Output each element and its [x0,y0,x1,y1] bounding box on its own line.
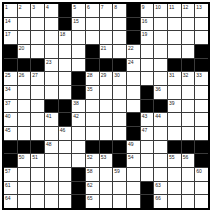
black-cell [127,127,140,140]
grid-cell[interactable] [45,31,58,44]
black-cell [141,100,154,113]
grid-cell[interactable]: 24 [127,59,140,72]
clue-number: 16 [142,18,148,24]
black-cell [100,141,113,154]
grid-cell[interactable]: 5 [72,4,85,17]
crossword-page: 1234567891011121314151617181920212223242… [0,0,212,212]
grid-cell[interactable] [113,18,126,31]
grid-cell[interactable] [154,141,167,154]
clue-number: 63 [155,182,161,188]
grid-cell[interactable] [100,86,113,99]
black-cell [195,141,208,154]
clue-number: 37 [5,100,11,106]
grid-cell[interactable] [72,45,85,58]
clue-number: 66 [155,195,161,201]
clue-number: 50 [19,154,25,160]
grid-cell[interactable] [127,72,140,85]
clue-number: 54 [128,154,134,160]
grid-cell[interactable]: 31 [168,72,181,85]
clue-number: 52 [87,154,93,160]
grid-cell[interactable]: 16 [141,18,154,31]
grid-cell[interactable] [31,86,44,99]
grid-cell[interactable] [127,86,140,99]
grid-cell[interactable]: 1 [4,4,17,17]
grid-cell[interactable] [113,31,126,44]
grid-cell[interactable]: 12 [182,4,195,17]
grid-cell[interactable] [18,195,31,208]
clue-number: 35 [87,86,93,92]
grid-cell[interactable]: 8 [113,4,126,17]
grid-cell[interactable]: 4 [45,4,58,17]
clue-number: 39 [169,100,175,106]
grid-cell[interactable]: 26 [18,72,31,85]
grid-cell[interactable] [86,100,99,113]
black-cell [59,100,72,113]
grid-cell[interactable] [113,86,126,99]
grid-cell[interactable] [31,127,44,140]
grid-cell[interactable] [100,100,113,113]
grid-cell[interactable] [31,113,44,126]
clue-number: 36 [155,86,161,92]
grid-cell[interactable] [59,141,72,154]
grid-cell[interactable] [100,182,113,195]
grid-cell[interactable] [195,113,208,126]
grid-cell[interactable] [100,195,113,208]
grid-cell[interactable] [182,127,195,140]
grid-cell[interactable]: 33 [195,72,208,85]
black-cell [4,141,17,154]
grid-cell[interactable] [59,45,72,58]
black-cell [86,45,99,58]
grid-cell[interactable] [86,31,99,44]
clue-number: 17 [5,31,11,37]
grid-cell[interactable] [18,182,31,195]
grid-cell[interactable] [168,127,181,140]
black-cell [195,59,208,72]
grid-cell[interactable] [168,18,181,31]
clue-number: 29 [101,72,107,78]
grid-cell[interactable]: 18 [59,31,72,44]
black-cell [72,168,85,181]
black-cell [86,59,99,72]
clue-number: 25 [5,72,11,78]
grid-cell[interactable] [45,168,58,181]
grid-cell[interactable] [59,86,72,99]
clue-number: 51 [32,154,38,160]
grid-cell[interactable]: 27 [31,72,44,85]
grid-cell[interactable] [72,31,85,44]
clue-number: 22 [128,45,134,51]
grid-cell[interactable] [59,72,72,85]
clue-number: 21 [101,45,107,51]
grid-cell[interactable] [195,182,208,195]
clue-number: 13 [196,4,202,10]
grid-cell[interactable] [18,31,31,44]
crossword-grid: 1234567891011121314151617181920212223242… [2,2,210,210]
grid-cell[interactable]: 6 [86,4,99,17]
black-cell [72,195,85,208]
black-cell [18,141,31,154]
grid-cell[interactable]: 32 [182,72,195,85]
clue-number: 42 [73,113,79,119]
black-cell [141,86,154,99]
black-cell [100,59,113,72]
black-cell [127,4,140,17]
grid-cell[interactable] [18,86,31,99]
clue-number: 12 [183,4,189,10]
grid-cell[interactable] [182,182,195,195]
grid-cell[interactable] [154,18,167,31]
grid-cell[interactable]: 63 [154,182,167,195]
clue-number: 45 [5,127,11,133]
grid-cell[interactable] [45,18,58,31]
grid-cell[interactable]: 35 [86,86,99,99]
grid-cell[interactable] [45,182,58,195]
clue-number: 60 [196,168,202,174]
grid-cell[interactable]: 3 [31,4,44,17]
grid-cell[interactable] [86,113,99,126]
grid-cell[interactable]: 22 [127,45,140,58]
grid-cell[interactable] [18,100,31,113]
clue-number: 23 [46,59,52,65]
grid-cell[interactable] [72,141,85,154]
clue-number: 26 [19,72,25,78]
grid-cell[interactable]: 29 [100,72,113,85]
grid-cell[interactable] [141,168,154,181]
black-cell [168,141,181,154]
grid-cell[interactable] [141,72,154,85]
grid-cell[interactable] [59,59,72,72]
grid-cell[interactable] [86,127,99,140]
grid-cell[interactable]: 21 [100,45,113,58]
grid-cell[interactable] [72,59,85,72]
grid-cell[interactable] [31,31,44,44]
clue-number: 62 [87,182,93,188]
clue-number: 38 [73,100,79,106]
grid-cell[interactable]: 45 [4,127,17,140]
clue-number: 64 [5,195,11,201]
grid-cell[interactable] [59,182,72,195]
grid-cell[interactable]: 34 [4,86,17,99]
grid-cell[interactable] [195,31,208,44]
grid-cell[interactable]: 19 [141,31,154,44]
grid-cell[interactable]: 36 [154,86,167,99]
black-cell [31,59,44,72]
clue-number: 7 [101,4,104,10]
grid-cell[interactable] [168,86,181,99]
grid-cell[interactable] [127,182,140,195]
clue-number: 3 [32,4,35,10]
grid-cell[interactable]: 48 [45,141,58,154]
grid-cell[interactable]: 46 [59,127,72,140]
clue-number: 24 [128,59,134,65]
clue-number: 43 [142,113,148,119]
grid-cell[interactable]: 54 [127,154,140,167]
grid-cell[interactable] [113,100,126,113]
grid-cell[interactable] [100,113,113,126]
clue-number: 44 [155,113,161,119]
grid-cell[interactable] [168,182,181,195]
grid-cell[interactable] [31,195,44,208]
grid-cell[interactable] [59,154,72,167]
grid-cell[interactable] [45,45,58,58]
grid-cell[interactable] [195,86,208,99]
clue-number: 30 [114,72,120,78]
clue-number: 2 [19,4,22,10]
grid-cell[interactable] [195,127,208,140]
grid-cell[interactable] [168,168,181,181]
grid-cell[interactable]: 17 [4,31,17,44]
grid-cell[interactable] [31,168,44,181]
clue-number: 58 [87,168,93,174]
grid-cell[interactable]: 43 [141,113,154,126]
clue-number: 57 [5,168,11,174]
black-cell [141,182,154,195]
grid-cell[interactable]: 13 [195,4,208,17]
clue-number: 61 [5,182,11,188]
black-cell [59,4,72,17]
grid-cell[interactable]: 15 [72,18,85,31]
black-cell [195,45,208,58]
clue-number: 18 [60,31,66,37]
clue-number: 34 [5,86,11,92]
grid-cell[interactable] [154,72,167,85]
grid-cell[interactable]: 23 [45,59,58,72]
clue-number: 5 [73,4,76,10]
grid-cell[interactable]: 38 [72,100,85,113]
grid-cell[interactable]: 55 [168,154,181,167]
grid-cell[interactable] [141,154,154,167]
grid-cell[interactable]: 60 [195,168,208,181]
black-cell [86,141,99,154]
clue-number: 4 [46,4,49,10]
grid-cell[interactable]: 66 [154,195,167,208]
clue-number: 6 [87,4,90,10]
grid-cell[interactable] [100,127,113,140]
black-cell [141,195,154,208]
grid-cell[interactable] [72,127,85,140]
black-cell [182,141,195,154]
black-cell [127,113,140,126]
grid-cell[interactable] [18,168,31,181]
grid-cell[interactable] [154,168,167,181]
grid-cell[interactable] [182,31,195,44]
black-cell [154,100,167,113]
grid-cell[interactable] [31,182,44,195]
black-cell [127,18,140,31]
black-cell [195,154,208,167]
grid-cell[interactable] [100,31,113,44]
clue-number: 27 [32,72,38,78]
grid-cell[interactable] [113,45,126,58]
clue-number: 47 [142,127,148,133]
grid-cell[interactable] [18,127,31,140]
clue-number: 33 [196,72,202,78]
grid-cell[interactable] [59,195,72,208]
grid-cell[interactable]: 65 [86,195,99,208]
black-cell [72,72,85,85]
grid-cell[interactable] [141,141,154,154]
clue-number: 32 [183,72,189,78]
black-cell [113,154,126,167]
grid-cell[interactable] [154,59,167,72]
grid-cell[interactable] [127,100,140,113]
grid-cell[interactable]: 14 [4,18,17,31]
clue-number: 53 [101,154,107,160]
grid-cell[interactable] [182,100,195,113]
black-cell [45,100,58,113]
grid-cell[interactable]: 62 [86,182,99,195]
grid-cell[interactable] [168,113,181,126]
grid-cell[interactable]: 40 [4,113,17,126]
grid-cell[interactable] [45,195,58,208]
clue-number: 20 [19,45,25,51]
grid-cell[interactable] [31,45,44,58]
grid-cell[interactable] [182,86,195,99]
grid-cell[interactable] [195,195,208,208]
clue-number: 56 [183,154,189,160]
black-cell [18,59,31,72]
grid-cell[interactable] [113,195,126,208]
clue-number: 48 [46,141,52,147]
clue-number: 55 [169,154,175,160]
grid-cell[interactable] [113,113,126,126]
grid-cell[interactable] [113,127,126,140]
black-cell [4,154,17,167]
grid-cell[interactable] [168,195,181,208]
grid-cell[interactable]: 44 [154,113,167,126]
black-cell [72,86,85,99]
clue-number: 9 [142,4,145,10]
grid-cell[interactable]: 7 [100,4,113,17]
black-cell [113,141,126,154]
grid-cell[interactable] [18,113,31,126]
grid-cell[interactable] [45,72,58,85]
grid-cell[interactable] [195,100,208,113]
grid-cell[interactable] [72,154,85,167]
grid-cell[interactable]: 47 [141,127,154,140]
grid-cell[interactable] [86,18,99,31]
black-cell [59,113,72,126]
grid-cell[interactable]: 59 [113,168,126,181]
clue-number: 46 [60,127,66,133]
clue-number: 19 [142,31,148,37]
grid-cell[interactable] [154,45,167,58]
grid-cell[interactable] [45,86,58,99]
black-cell [4,59,17,72]
grid-cell[interactable] [31,100,44,113]
black-cell [113,59,126,72]
clue-number: 41 [46,113,52,119]
grid-cell[interactable] [45,127,58,140]
clue-number: 15 [73,18,79,24]
grid-cell[interactable] [195,18,208,31]
clue-number: 14 [5,18,11,24]
grid-cell[interactable]: 30 [113,72,126,85]
grid-cell[interactable]: 28 [86,72,99,85]
clue-number: 10 [155,4,161,10]
grid-cell[interactable]: 64 [4,195,17,208]
grid-cell[interactable] [127,195,140,208]
grid-cell[interactable] [182,195,195,208]
grid-cell[interactable] [182,45,195,58]
grid-cell[interactable] [59,168,72,181]
clue-number: 59 [114,168,120,174]
grid-cell[interactable] [113,182,126,195]
black-cell [168,59,181,72]
clue-number: 11 [169,4,174,10]
black-cell [59,18,72,31]
grid-cell[interactable]: 11 [168,4,181,17]
grid-cell[interactable] [182,18,195,31]
grid-cell[interactable]: 37 [4,100,17,113]
grid-cell[interactable] [141,45,154,58]
grid-cell[interactable] [141,59,154,72]
grid-cell[interactable]: 50 [18,154,31,167]
grid-cell[interactable] [100,168,113,181]
black-cell [182,59,195,72]
grid-cell[interactable]: 49 [127,141,140,154]
clue-number: 1 [5,4,8,10]
clue-number: 8 [114,4,117,10]
black-cell [127,31,140,44]
grid-cell[interactable] [168,45,181,58]
black-cell [72,182,85,195]
black-cell [4,45,17,58]
black-cell [31,141,44,154]
clue-number: 49 [128,141,134,147]
grid-cell[interactable]: 2 [18,4,31,17]
clue-number: 31 [169,72,175,78]
grid-cell[interactable]: 25 [4,72,17,85]
grid-cell[interactable]: 42 [72,113,85,126]
grid-cell[interactable] [168,31,181,44]
grid-cell[interactable]: 58 [86,168,99,181]
grid-cell[interactable]: 20 [18,45,31,58]
clue-number: 28 [87,72,93,78]
grid-cell[interactable]: 52 [86,154,99,167]
grid-cell[interactable]: 10 [154,4,167,17]
grid-cell[interactable]: 56 [182,154,195,167]
grid-cell[interactable] [154,127,167,140]
grid-cell[interactable] [45,154,58,167]
grid-cell[interactable]: 41 [45,113,58,126]
grid-cell[interactable]: 9 [141,4,154,17]
grid-cell[interactable]: 57 [4,168,17,181]
grid-cell[interactable] [127,168,140,181]
grid-cell[interactable] [154,31,167,44]
grid-cell[interactable] [182,168,195,181]
grid-cell[interactable] [182,113,195,126]
grid-cell[interactable] [18,18,31,31]
clue-number: 40 [5,113,11,119]
grid-cell[interactable] [31,18,44,31]
grid-cell[interactable]: 39 [168,100,181,113]
grid-cell[interactable] [154,154,167,167]
clue-number: 65 [87,195,93,201]
grid-cell[interactable] [100,18,113,31]
grid-cell[interactable]: 51 [31,154,44,167]
grid-cell[interactable]: 53 [100,154,113,167]
grid-cell[interactable]: 61 [4,182,17,195]
